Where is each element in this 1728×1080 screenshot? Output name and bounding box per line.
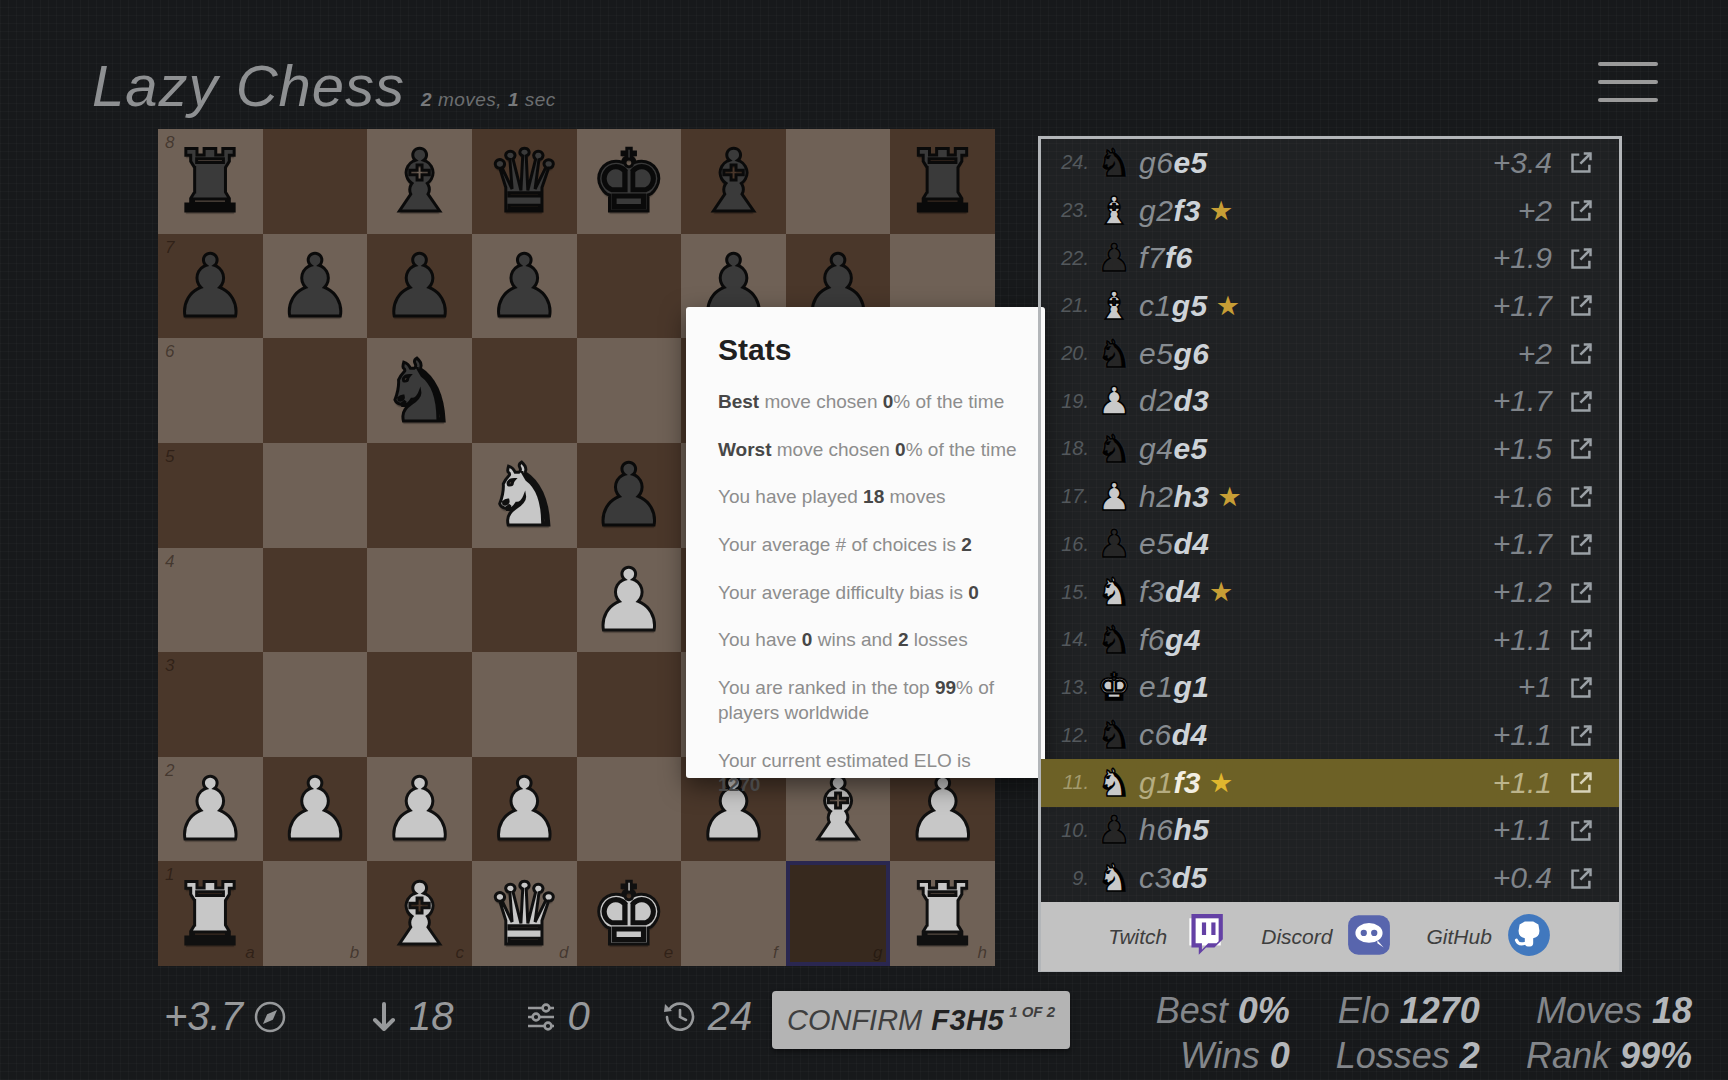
rank-label: 5 <box>165 447 174 467</box>
black-knight-icon: ♞ <box>1089 621 1139 659</box>
twitch-icon <box>1181 912 1227 962</box>
white-pawn-icon: ♟ <box>1089 382 1139 420</box>
move-row-c6d4[interactable]: 12.♞c6d4+1.1 <box>1041 711 1619 759</box>
move-text: c1g5 <box>1139 289 1208 323</box>
best-move-star-icon: ★ <box>1209 767 1233 799</box>
square-e4[interactable]: ♟ <box>577 548 682 653</box>
move-eval: +1.2 <box>1493 575 1552 609</box>
square-e1[interactable]: e♚ <box>577 861 682 966</box>
move-eval: +1 <box>1518 670 1552 704</box>
move-number: 14. <box>1053 628 1089 651</box>
move-eval: +1.7 <box>1493 527 1552 561</box>
eval-value: +3.7 <box>164 994 243 1039</box>
move-row-g2f3[interactable]: 23.♝g2f3★+2 <box>1041 187 1619 235</box>
square-c1[interactable]: c♝ <box>367 861 472 966</box>
stats-line: Worst move chosen 0% of the time <box>718 438 1017 463</box>
history-clock-icon <box>662 999 698 1035</box>
square-f8[interactable]: ♝ <box>681 129 786 234</box>
white-bishop[interactable]: ♝ <box>381 871 458 957</box>
move-eval: +1.1 <box>1493 766 1552 800</box>
square-g8[interactable] <box>786 129 891 234</box>
square-b1[interactable]: b <box>263 861 368 966</box>
best-move-star-icon: ★ <box>1216 290 1240 322</box>
external-link-icon[interactable] <box>1568 579 1595 606</box>
twitch-link[interactable]: Twitch <box>1108 912 1227 962</box>
white-pawn[interactable]: ♟ <box>172 766 249 852</box>
square-h1[interactable]: h♜ <box>890 861 995 966</box>
square-b6[interactable] <box>263 338 368 443</box>
stats-line: You have 0 wins and 2 losses <box>718 628 1017 653</box>
best-stat: Best0% <box>1156 988 1290 1033</box>
square-d1[interactable]: d♛ <box>472 861 577 966</box>
external-link-icon[interactable] <box>1568 245 1595 272</box>
stats-line: Your average difficulty bias is 0 <box>718 581 1017 606</box>
move-row-f3d4[interactable]: 15.♞f3d4★+1.2 <box>1041 568 1619 616</box>
best-move-star-icon: ★ <box>1217 481 1241 513</box>
black-knight[interactable]: ♞ <box>381 348 458 434</box>
bias-stat-value: 0 <box>567 994 589 1039</box>
confirm-counter: 1 OF 2 <box>1009 1003 1055 1020</box>
github-link[interactable]: GitHub <box>1426 912 1551 962</box>
square-g1[interactable]: g <box>786 861 891 966</box>
black-pawn-icon: ♟ <box>1089 811 1139 849</box>
white-bishop-icon: ♝ <box>1089 192 1139 230</box>
move-eval: +3.4 <box>1493 146 1552 180</box>
app-title: Lazy Chess2 moves, 1 sec <box>92 52 556 119</box>
move-eval: +0.4 <box>1493 861 1552 895</box>
move-eval: +1.1 <box>1493 623 1552 657</box>
discord-label: Discord <box>1261 925 1332 949</box>
square-a4[interactable]: 4 <box>158 548 263 653</box>
white-pawn[interactable]: ♟ <box>486 766 563 852</box>
lazy-chess-app: Lazy Chess2 moves, 1 sec 8♜♝♛♚♝♜7♟♟♟♟♟♟6… <box>0 0 1728 1080</box>
stats-modal-title: Stats <box>718 333 1017 367</box>
external-link-icon[interactable] <box>1568 340 1595 367</box>
stats-line: Your current estimated ELO is 1270 <box>718 749 1017 798</box>
file-label: d <box>559 943 568 963</box>
black-king[interactable]: ♚ <box>590 138 667 224</box>
stats-line: Best move chosen 0% of the time <box>718 390 1017 415</box>
move-number: 21. <box>1053 294 1089 317</box>
file-label: b <box>350 943 359 963</box>
move-text: g2f3 <box>1139 194 1201 228</box>
external-link-icon[interactable] <box>1568 722 1595 749</box>
external-link-icon[interactable] <box>1568 435 1595 462</box>
square-d3[interactable] <box>472 652 577 757</box>
square-d6[interactable] <box>472 338 577 443</box>
move-text: e5g6 <box>1139 337 1209 371</box>
move-row-h2h3[interactable]: 17.♟h2h3★+1.6 <box>1041 473 1619 521</box>
white-pawn[interactable]: ♟ <box>590 557 667 643</box>
file-label: a <box>245 943 254 963</box>
move-number: 18. <box>1053 437 1089 460</box>
black-knight-icon: ♞ <box>1089 430 1139 468</box>
move-number: 16. <box>1053 533 1089 556</box>
down-arrow-icon <box>369 1000 399 1034</box>
move-text: g4e5 <box>1139 432 1208 466</box>
white-rook[interactable]: ♜ <box>904 871 981 957</box>
square-b5[interactable] <box>263 443 368 548</box>
square-b8[interactable] <box>263 129 368 234</box>
black-pawn[interactable]: ♟ <box>172 243 249 329</box>
move-row-c1g5[interactable]: 21.♝c1g5★+1.7 <box>1041 282 1619 330</box>
black-knight-icon: ♞ <box>1089 716 1139 754</box>
move-row-g6e5[interactable]: 24.♞g6e5+3.4 <box>1041 139 1619 187</box>
move-eval: +1.1 <box>1493 813 1552 847</box>
external-link-icon[interactable] <box>1568 865 1595 892</box>
move-text: f7f6 <box>1139 241 1193 275</box>
rank-label: 4 <box>165 552 174 572</box>
wins-stat: Wins0 <box>1180 1033 1290 1078</box>
square-e7[interactable] <box>577 234 682 339</box>
stats-line: You are ranked in the top 99% of players… <box>718 676 1017 725</box>
external-link-icon[interactable] <box>1568 817 1595 844</box>
file-label: h <box>978 943 987 963</box>
black-bishop[interactable]: ♝ <box>381 138 458 224</box>
move-text: f6g4 <box>1139 623 1201 657</box>
losses-stat: Losses2 <box>1336 1033 1480 1078</box>
white-queen[interactable]: ♛ <box>486 871 563 957</box>
twitch-label: Twitch <box>1108 925 1167 949</box>
square-e5[interactable]: ♟ <box>577 443 682 548</box>
square-d7[interactable]: ♟ <box>472 234 577 339</box>
black-pawn[interactable]: ♟ <box>486 243 563 329</box>
move-number: 22. <box>1053 247 1089 270</box>
move-text: c6d4 <box>1139 718 1208 752</box>
move-eval: +1.7 <box>1493 384 1552 418</box>
hamburger-bar <box>1598 62 1658 66</box>
move-row-h6h5[interactable]: 10.♟h6h5+1.1 <box>1041 807 1619 855</box>
stats-line: Your average # of choices is 2 <box>718 533 1017 558</box>
best-move-star-icon: ★ <box>1209 576 1233 608</box>
square-c8[interactable]: ♝ <box>367 129 472 234</box>
session-stats: Best0% Elo1270 Moves18 Wins0 Losses2 Ran… <box>1156 988 1692 1078</box>
file-label: g <box>873 943 882 963</box>
square-a2[interactable]: 2♟ <box>158 757 263 862</box>
square-c7[interactable]: ♟ <box>367 234 472 339</box>
move-eval: +1.5 <box>1493 432 1552 466</box>
square-d2[interactable]: ♟ <box>472 757 577 862</box>
confirm-move-button[interactable]: CONFIRM F3H5 1 OF 2 <box>772 991 1070 1049</box>
black-bishop[interactable]: ♝ <box>695 138 772 224</box>
move-number: 9. <box>1053 867 1089 890</box>
square-b4[interactable] <box>263 548 368 653</box>
white-bishop-icon: ♝ <box>1089 287 1139 325</box>
move-eval: +2 <box>1518 194 1552 228</box>
square-e3[interactable] <box>577 652 682 757</box>
move-number: 10. <box>1053 819 1089 842</box>
compass-icon <box>253 1000 287 1034</box>
black-rook[interactable]: ♜ <box>904 138 981 224</box>
move-eval: +2 <box>1518 337 1552 371</box>
square-b2[interactable]: ♟ <box>263 757 368 862</box>
square-c3[interactable] <box>367 652 472 757</box>
move-number: 23. <box>1053 199 1089 222</box>
black-rook[interactable]: ♜ <box>172 138 249 224</box>
stats-line: You have played 18 moves <box>718 485 1017 510</box>
black-knight-icon: ♞ <box>1089 335 1139 373</box>
external-link-icon[interactable] <box>1568 197 1595 224</box>
move-text: g1f3 <box>1139 766 1201 800</box>
best-move-star-icon: ★ <box>1209 195 1233 227</box>
rank-label: 1 <box>165 865 174 885</box>
move-row-e5g6[interactable]: 20.♞e5g6+2 <box>1041 330 1619 378</box>
stats-modal: Stats Best move chosen 0% of the timeWor… <box>686 307 1045 778</box>
black-pawn[interactable]: ♟ <box>590 452 667 538</box>
move-text: e1g1 <box>1139 670 1209 704</box>
elo-stat: Elo1270 <box>1338 988 1480 1033</box>
square-a3[interactable]: 3 <box>158 652 263 757</box>
external-link-icon[interactable] <box>1568 626 1595 653</box>
confirm-label: CONFIRM <box>787 1004 922 1037</box>
move-number: 15. <box>1053 581 1089 604</box>
external-link-icon[interactable] <box>1568 769 1595 796</box>
square-a1[interactable]: 1a♜ <box>158 861 263 966</box>
moves-stat: Moves18 <box>1536 988 1692 1033</box>
move-eval: +1.1 <box>1493 718 1552 752</box>
white-king-icon: ♚ <box>1089 668 1139 706</box>
arrow-stat-value: 18 <box>409 994 454 1039</box>
move-row-c3d5[interactable]: 9.♞c3d5+0.4 <box>1041 854 1619 902</box>
hamburger-bar <box>1598 98 1658 102</box>
app-subtitle: 2 moves, 1 sec <box>421 89 556 110</box>
move-row-g4e5[interactable]: 18.♞g4e5+1.5 <box>1041 425 1619 473</box>
rank-label: 2 <box>165 761 174 781</box>
rank-label: 8 <box>165 133 174 153</box>
square-e8[interactable]: ♚ <box>577 129 682 234</box>
move-eval: +1.6 <box>1493 480 1552 514</box>
move-row-g1f3[interactable]: 11.♞g1f3★+1.1 <box>1041 759 1619 807</box>
square-e2[interactable] <box>577 757 682 862</box>
bottom-stats-bar: +3.7 18 0 <box>164 994 752 1039</box>
hamburger-bar <box>1598 80 1658 84</box>
difficulty-sliders-icon <box>525 1000 557 1034</box>
move-text: h2h3 <box>1139 480 1209 514</box>
file-label: c <box>455 943 464 963</box>
black-pawn-icon: ♟ <box>1089 525 1139 563</box>
move-eval: +1.7 <box>1493 289 1552 323</box>
external-link-icon[interactable] <box>1568 292 1595 319</box>
move-text: e5d4 <box>1139 527 1209 561</box>
square-c6[interactable]: ♞ <box>367 338 472 443</box>
rank-stat: Rank99% <box>1526 1033 1692 1078</box>
square-c2[interactable]: ♟ <box>367 757 472 862</box>
move-row-f6g4[interactable]: 14.♞f6g4+1.1 <box>1041 616 1619 664</box>
external-link-icon[interactable] <box>1568 674 1595 701</box>
github-label: GitHub <box>1426 925 1491 949</box>
white-pawn-icon: ♟ <box>1089 478 1139 516</box>
move-text: h6h5 <box>1139 813 1209 847</box>
white-knight[interactable]: ♞ <box>486 452 563 538</box>
move-number: 12. <box>1053 724 1089 747</box>
confirm-move-text: F3H5 <box>931 1004 1004 1037</box>
square-b3[interactable] <box>263 652 368 757</box>
move-text: g6e5 <box>1139 146 1208 180</box>
square-e6[interactable] <box>577 338 682 443</box>
square-a7[interactable]: 7♟ <box>158 234 263 339</box>
square-c4[interactable] <box>367 548 472 653</box>
move-eval: +1.9 <box>1493 241 1552 275</box>
move-number: 24. <box>1053 151 1089 174</box>
move-row-e1g1[interactable]: 13.♚e1g1+1 <box>1041 664 1619 712</box>
move-row-f7f6[interactable]: 22.♟f7f6+1.9 <box>1041 234 1619 282</box>
external-link-icon[interactable] <box>1568 483 1595 510</box>
file-label: f <box>773 943 778 963</box>
move-text: f3d4 <box>1139 575 1201 609</box>
rank-label: 6 <box>165 342 174 362</box>
white-king[interactable]: ♚ <box>590 871 667 957</box>
move-number: 13. <box>1053 676 1089 699</box>
square-d4[interactable] <box>472 548 577 653</box>
square-b7[interactable]: ♟ <box>263 234 368 339</box>
black-pawn[interactable]: ♟ <box>276 243 353 329</box>
black-pawn[interactable]: ♟ <box>381 243 458 329</box>
square-d5[interactable]: ♞ <box>472 443 577 548</box>
white-knight-icon: ♞ <box>1089 573 1139 611</box>
move-number: 17. <box>1053 485 1089 508</box>
white-rook[interactable]: ♜ <box>172 871 249 957</box>
discord-icon <box>1346 912 1392 962</box>
external-link-icon[interactable] <box>1568 149 1595 176</box>
move-list-rows: 24.♞g6e5+3.423.♝g2f3★+222.♟f7f6+1.921.♝c… <box>1041 139 1619 902</box>
square-d8[interactable]: ♛ <box>472 129 577 234</box>
square-a6[interactable]: 6 <box>158 338 263 443</box>
file-label: e <box>664 943 673 963</box>
white-knight-icon: ♞ <box>1089 764 1139 802</box>
white-pawn[interactable]: ♟ <box>381 766 458 852</box>
move-row-e5d4[interactable]: 16.♟e5d4+1.7 <box>1041 521 1619 569</box>
menu-hamburger-icon[interactable] <box>1598 62 1658 106</box>
move-list-panel: 24.♞g6e5+3.423.♝g2f3★+222.♟f7f6+1.921.♝c… <box>1038 136 1622 972</box>
white-pawn[interactable]: ♟ <box>276 766 353 852</box>
square-h8[interactable]: ♜ <box>890 129 995 234</box>
app-title-text: Lazy Chess <box>92 53 405 118</box>
rank-label: 7 <box>165 238 174 258</box>
stats-modal-body: Best move chosen 0% of the timeWorst mov… <box>718 390 1017 798</box>
social-bar: Twitch Discord <box>1041 902 1619 971</box>
move-number: 20. <box>1053 342 1089 365</box>
black-queen[interactable]: ♛ <box>486 138 563 224</box>
square-a8[interactable]: 8♜ <box>158 129 263 234</box>
rank-label: 3 <box>165 656 174 676</box>
github-icon <box>1506 912 1552 962</box>
move-text: d2d3 <box>1139 384 1209 418</box>
external-link-icon[interactable] <box>1568 531 1595 558</box>
move-number: 11. <box>1053 771 1089 794</box>
black-pawn-icon: ♟ <box>1089 239 1139 277</box>
square-a5[interactable]: 5 <box>158 443 263 548</box>
history-stat-value: 24 <box>708 994 753 1039</box>
move-number: 19. <box>1053 390 1089 413</box>
black-knight-icon: ♞ <box>1089 144 1139 182</box>
external-link-icon[interactable] <box>1568 388 1595 415</box>
move-row-d2d3[interactable]: 19.♟d2d3+1.7 <box>1041 377 1619 425</box>
discord-link[interactable]: Discord <box>1261 912 1392 962</box>
white-knight-icon: ♞ <box>1089 859 1139 897</box>
square-c5[interactable] <box>367 443 472 548</box>
square-f1[interactable]: f <box>681 861 786 966</box>
move-text: c3d5 <box>1139 861 1208 895</box>
